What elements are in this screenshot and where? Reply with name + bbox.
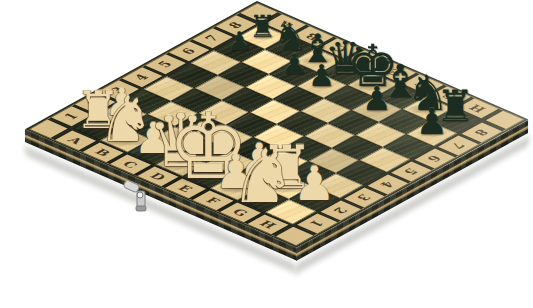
metal-clasp (122, 181, 149, 215)
chess-set-photo: AA88BB77CC66DD55EE44FF33GG22HH11 ♜♞♟♝♛♟♚… (0, 0, 533, 308)
chess-board: AA88BB77CC66DD55EE44FF33GG22HH11 (25, 1, 528, 248)
